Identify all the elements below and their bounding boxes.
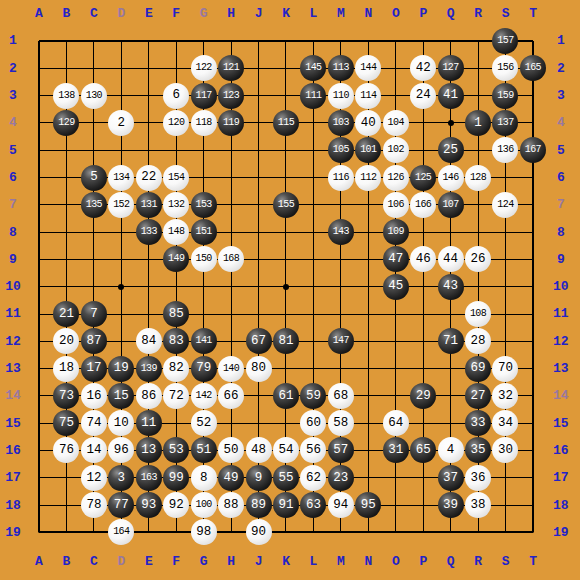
point-O8[interactable]: 109 bbox=[382, 218, 409, 245]
point-T7[interactable] bbox=[519, 191, 546, 218]
point-O15[interactable]: 64 bbox=[382, 410, 409, 437]
point-J1[interactable] bbox=[245, 27, 272, 54]
point-O18[interactable] bbox=[382, 491, 409, 518]
point-R18[interactable]: 38 bbox=[464, 491, 491, 518]
point-B2[interactable] bbox=[53, 55, 80, 82]
point-P5[interactable] bbox=[409, 137, 436, 164]
point-A3[interactable] bbox=[25, 82, 52, 109]
point-T16[interactable] bbox=[519, 437, 546, 464]
point-B9[interactable] bbox=[53, 246, 80, 273]
point-D17[interactable]: 3 bbox=[108, 464, 135, 491]
point-T6[interactable] bbox=[519, 164, 546, 191]
point-N11[interactable] bbox=[355, 300, 382, 327]
point-D8[interactable] bbox=[108, 218, 135, 245]
point-P1[interactable] bbox=[409, 27, 436, 54]
point-F13[interactable]: 82 bbox=[162, 355, 189, 382]
point-A11[interactable] bbox=[25, 300, 52, 327]
point-B14[interactable]: 73 bbox=[53, 382, 80, 409]
point-L9[interactable] bbox=[300, 246, 327, 273]
point-T3[interactable] bbox=[519, 82, 546, 109]
point-L10[interactable] bbox=[300, 273, 327, 300]
point-C7[interactable]: 135 bbox=[80, 191, 107, 218]
point-H4[interactable]: 119 bbox=[217, 109, 244, 136]
point-B17[interactable] bbox=[53, 464, 80, 491]
point-E18[interactable]: 93 bbox=[135, 491, 162, 518]
point-S17[interactable] bbox=[492, 464, 519, 491]
point-E15[interactable]: 11 bbox=[135, 410, 162, 437]
point-C16[interactable]: 14 bbox=[80, 437, 107, 464]
point-C19[interactable] bbox=[80, 519, 107, 546]
point-H19[interactable] bbox=[217, 519, 244, 546]
point-G15[interactable]: 52 bbox=[190, 410, 217, 437]
point-J9[interactable] bbox=[245, 246, 272, 273]
point-K5[interactable] bbox=[272, 137, 299, 164]
point-J13[interactable]: 80 bbox=[245, 355, 272, 382]
point-O6[interactable]: 126 bbox=[382, 164, 409, 191]
point-A13[interactable] bbox=[25, 355, 52, 382]
point-N18[interactable]: 95 bbox=[355, 491, 382, 518]
point-M5[interactable]: 105 bbox=[327, 137, 354, 164]
point-E5[interactable] bbox=[135, 137, 162, 164]
point-D10[interactable] bbox=[108, 273, 135, 300]
point-D9[interactable] bbox=[108, 246, 135, 273]
point-S2[interactable]: 156 bbox=[492, 55, 519, 82]
point-R11[interactable]: 108 bbox=[464, 300, 491, 327]
point-F3[interactable]: 6 bbox=[162, 82, 189, 109]
point-N5[interactable]: 101 bbox=[355, 137, 382, 164]
point-H13[interactable]: 140 bbox=[217, 355, 244, 382]
point-O7[interactable]: 106 bbox=[382, 191, 409, 218]
point-F17[interactable]: 99 bbox=[162, 464, 189, 491]
point-P13[interactable] bbox=[409, 355, 436, 382]
point-G16[interactable]: 51 bbox=[190, 437, 217, 464]
point-C6[interactable]: 5 bbox=[80, 164, 107, 191]
point-J8[interactable] bbox=[245, 218, 272, 245]
point-F15[interactable] bbox=[162, 410, 189, 437]
point-Q16[interactable]: 4 bbox=[437, 437, 464, 464]
point-E3[interactable] bbox=[135, 82, 162, 109]
point-G3[interactable]: 117 bbox=[190, 82, 217, 109]
point-F1[interactable] bbox=[162, 27, 189, 54]
point-F18[interactable]: 92 bbox=[162, 491, 189, 518]
point-N16[interactable] bbox=[355, 437, 382, 464]
point-K1[interactable] bbox=[272, 27, 299, 54]
point-Q14[interactable] bbox=[437, 382, 464, 409]
point-K16[interactable]: 54 bbox=[272, 437, 299, 464]
point-Q17[interactable]: 37 bbox=[437, 464, 464, 491]
point-P9[interactable]: 46 bbox=[409, 246, 436, 273]
point-O2[interactable] bbox=[382, 55, 409, 82]
point-S19[interactable] bbox=[492, 519, 519, 546]
point-C13[interactable]: 17 bbox=[80, 355, 107, 382]
point-Q4[interactable] bbox=[437, 109, 464, 136]
point-C18[interactable]: 78 bbox=[80, 491, 107, 518]
point-A12[interactable] bbox=[25, 328, 52, 355]
point-J6[interactable] bbox=[245, 164, 272, 191]
point-E2[interactable] bbox=[135, 55, 162, 82]
point-S12[interactable] bbox=[492, 328, 519, 355]
point-S5[interactable]: 136 bbox=[492, 137, 519, 164]
point-T17[interactable] bbox=[519, 464, 546, 491]
point-T10[interactable] bbox=[519, 273, 546, 300]
point-R9[interactable]: 26 bbox=[464, 246, 491, 273]
point-F14[interactable]: 72 bbox=[162, 382, 189, 409]
point-J15[interactable] bbox=[245, 410, 272, 437]
point-A17[interactable] bbox=[25, 464, 52, 491]
point-S3[interactable]: 159 bbox=[492, 82, 519, 109]
point-R17[interactable]: 36 bbox=[464, 464, 491, 491]
point-P4[interactable] bbox=[409, 109, 436, 136]
point-G14[interactable]: 142 bbox=[190, 382, 217, 409]
point-M3[interactable]: 110 bbox=[327, 82, 354, 109]
point-H10[interactable] bbox=[217, 273, 244, 300]
point-N6[interactable]: 112 bbox=[355, 164, 382, 191]
point-A8[interactable] bbox=[25, 218, 52, 245]
point-T1[interactable] bbox=[519, 27, 546, 54]
point-A10[interactable] bbox=[25, 273, 52, 300]
point-F19[interactable] bbox=[162, 519, 189, 546]
point-D15[interactable]: 10 bbox=[108, 410, 135, 437]
point-B8[interactable] bbox=[53, 218, 80, 245]
point-M6[interactable]: 116 bbox=[327, 164, 354, 191]
point-F4[interactable]: 120 bbox=[162, 109, 189, 136]
point-R12[interactable]: 28 bbox=[464, 328, 491, 355]
point-P10[interactable] bbox=[409, 273, 436, 300]
point-K7[interactable]: 155 bbox=[272, 191, 299, 218]
point-G6[interactable] bbox=[190, 164, 217, 191]
point-A19[interactable] bbox=[25, 519, 52, 546]
point-N9[interactable] bbox=[355, 246, 382, 273]
point-P15[interactable] bbox=[409, 410, 436, 437]
point-J12[interactable]: 67 bbox=[245, 328, 272, 355]
point-Q8[interactable] bbox=[437, 218, 464, 245]
point-E14[interactable]: 86 bbox=[135, 382, 162, 409]
point-D13[interactable]: 19 bbox=[108, 355, 135, 382]
point-H5[interactable] bbox=[217, 137, 244, 164]
point-Q10[interactable]: 43 bbox=[437, 273, 464, 300]
point-S6[interactable] bbox=[492, 164, 519, 191]
point-K15[interactable] bbox=[272, 410, 299, 437]
point-F12[interactable]: 83 bbox=[162, 328, 189, 355]
point-D18[interactable]: 77 bbox=[108, 491, 135, 518]
point-S14[interactable]: 32 bbox=[492, 382, 519, 409]
point-R8[interactable] bbox=[464, 218, 491, 245]
point-T12[interactable] bbox=[519, 328, 546, 355]
point-S18[interactable] bbox=[492, 491, 519, 518]
point-D3[interactable] bbox=[108, 82, 135, 109]
point-M18[interactable]: 94 bbox=[327, 491, 354, 518]
point-M12[interactable]: 147 bbox=[327, 328, 354, 355]
point-N8[interactable] bbox=[355, 218, 382, 245]
point-F6[interactable]: 154 bbox=[162, 164, 189, 191]
point-B7[interactable] bbox=[53, 191, 80, 218]
point-O1[interactable] bbox=[382, 27, 409, 54]
point-K12[interactable]: 81 bbox=[272, 328, 299, 355]
point-S10[interactable] bbox=[492, 273, 519, 300]
point-J7[interactable] bbox=[245, 191, 272, 218]
point-L19[interactable] bbox=[300, 519, 327, 546]
point-M15[interactable]: 58 bbox=[327, 410, 354, 437]
point-B4[interactable]: 129 bbox=[53, 109, 80, 136]
point-O11[interactable] bbox=[382, 300, 409, 327]
point-K10[interactable] bbox=[272, 273, 299, 300]
point-S1[interactable]: 157 bbox=[492, 27, 519, 54]
point-B10[interactable] bbox=[53, 273, 80, 300]
point-H12[interactable] bbox=[217, 328, 244, 355]
point-C4[interactable] bbox=[80, 109, 107, 136]
point-B15[interactable]: 75 bbox=[53, 410, 80, 437]
point-S15[interactable]: 34 bbox=[492, 410, 519, 437]
point-J3[interactable] bbox=[245, 82, 272, 109]
point-D11[interactable] bbox=[108, 300, 135, 327]
point-L11[interactable] bbox=[300, 300, 327, 327]
point-E8[interactable]: 133 bbox=[135, 218, 162, 245]
point-R2[interactable] bbox=[464, 55, 491, 82]
point-K19[interactable] bbox=[272, 519, 299, 546]
point-Q19[interactable] bbox=[437, 519, 464, 546]
point-L2[interactable]: 145 bbox=[300, 55, 327, 82]
point-C17[interactable]: 12 bbox=[80, 464, 107, 491]
point-A1[interactable] bbox=[25, 27, 52, 54]
point-C5[interactable] bbox=[80, 137, 107, 164]
point-B12[interactable]: 20 bbox=[53, 328, 80, 355]
point-P3[interactable]: 24 bbox=[409, 82, 436, 109]
point-E10[interactable] bbox=[135, 273, 162, 300]
point-B5[interactable] bbox=[53, 137, 80, 164]
point-H1[interactable] bbox=[217, 27, 244, 54]
point-G10[interactable] bbox=[190, 273, 217, 300]
point-A9[interactable] bbox=[25, 246, 52, 273]
point-F11[interactable]: 85 bbox=[162, 300, 189, 327]
point-M14[interactable]: 68 bbox=[327, 382, 354, 409]
point-E17[interactable]: 163 bbox=[135, 464, 162, 491]
point-H3[interactable]: 123 bbox=[217, 82, 244, 109]
point-M4[interactable]: 103 bbox=[327, 109, 354, 136]
point-H18[interactable]: 88 bbox=[217, 491, 244, 518]
point-R1[interactable] bbox=[464, 27, 491, 54]
point-Q5[interactable]: 25 bbox=[437, 137, 464, 164]
point-D4[interactable]: 2 bbox=[108, 109, 135, 136]
point-L4[interactable] bbox=[300, 109, 327, 136]
point-D6[interactable]: 134 bbox=[108, 164, 135, 191]
point-M1[interactable] bbox=[327, 27, 354, 54]
point-K8[interactable] bbox=[272, 218, 299, 245]
point-C11[interactable]: 7 bbox=[80, 300, 107, 327]
point-N19[interactable] bbox=[355, 519, 382, 546]
point-O12[interactable] bbox=[382, 328, 409, 355]
point-F8[interactable]: 148 bbox=[162, 218, 189, 245]
point-M16[interactable]: 57 bbox=[327, 437, 354, 464]
point-R4[interactable]: 1 bbox=[464, 109, 491, 136]
point-Q12[interactable]: 71 bbox=[437, 328, 464, 355]
point-M19[interactable] bbox=[327, 519, 354, 546]
point-C9[interactable] bbox=[80, 246, 107, 273]
point-N15[interactable] bbox=[355, 410, 382, 437]
point-O4[interactable]: 104 bbox=[382, 109, 409, 136]
point-H17[interactable]: 49 bbox=[217, 464, 244, 491]
point-L5[interactable] bbox=[300, 137, 327, 164]
point-K13[interactable] bbox=[272, 355, 299, 382]
point-R3[interactable] bbox=[464, 82, 491, 109]
point-F2[interactable] bbox=[162, 55, 189, 82]
point-B1[interactable] bbox=[53, 27, 80, 54]
point-G1[interactable] bbox=[190, 27, 217, 54]
point-T4[interactable] bbox=[519, 109, 546, 136]
point-L3[interactable]: 111 bbox=[300, 82, 327, 109]
point-L7[interactable] bbox=[300, 191, 327, 218]
point-D7[interactable]: 152 bbox=[108, 191, 135, 218]
point-T14[interactable] bbox=[519, 382, 546, 409]
point-B11[interactable]: 21 bbox=[53, 300, 80, 327]
point-O5[interactable]: 102 bbox=[382, 137, 409, 164]
point-J19[interactable]: 90 bbox=[245, 519, 272, 546]
point-F16[interactable]: 53 bbox=[162, 437, 189, 464]
point-T11[interactable] bbox=[519, 300, 546, 327]
point-K17[interactable]: 55 bbox=[272, 464, 299, 491]
point-Q15[interactable] bbox=[437, 410, 464, 437]
point-J11[interactable] bbox=[245, 300, 272, 327]
point-Q11[interactable] bbox=[437, 300, 464, 327]
point-H2[interactable]: 121 bbox=[217, 55, 244, 82]
point-Q18[interactable]: 39 bbox=[437, 491, 464, 518]
point-E6[interactable]: 22 bbox=[135, 164, 162, 191]
point-A15[interactable] bbox=[25, 410, 52, 437]
point-L16[interactable]: 56 bbox=[300, 437, 327, 464]
point-K18[interactable]: 91 bbox=[272, 491, 299, 518]
point-F7[interactable]: 132 bbox=[162, 191, 189, 218]
point-N1[interactable] bbox=[355, 27, 382, 54]
point-N14[interactable] bbox=[355, 382, 382, 409]
point-L8[interactable] bbox=[300, 218, 327, 245]
point-J17[interactable]: 9 bbox=[245, 464, 272, 491]
point-M17[interactable]: 23 bbox=[327, 464, 354, 491]
point-G13[interactable]: 79 bbox=[190, 355, 217, 382]
point-M9[interactable] bbox=[327, 246, 354, 273]
point-K14[interactable]: 61 bbox=[272, 382, 299, 409]
point-J4[interactable] bbox=[245, 109, 272, 136]
point-K6[interactable] bbox=[272, 164, 299, 191]
point-G9[interactable]: 150 bbox=[190, 246, 217, 273]
point-C8[interactable] bbox=[80, 218, 107, 245]
point-N3[interactable]: 114 bbox=[355, 82, 382, 109]
point-B13[interactable]: 18 bbox=[53, 355, 80, 382]
point-C12[interactable]: 87 bbox=[80, 328, 107, 355]
point-O16[interactable]: 31 bbox=[382, 437, 409, 464]
point-M11[interactable] bbox=[327, 300, 354, 327]
point-O10[interactable]: 45 bbox=[382, 273, 409, 300]
point-R7[interactable] bbox=[464, 191, 491, 218]
point-M2[interactable]: 113 bbox=[327, 55, 354, 82]
point-Q6[interactable]: 146 bbox=[437, 164, 464, 191]
point-P7[interactable]: 166 bbox=[409, 191, 436, 218]
point-E12[interactable]: 84 bbox=[135, 328, 162, 355]
point-S11[interactable] bbox=[492, 300, 519, 327]
point-L1[interactable] bbox=[300, 27, 327, 54]
point-K3[interactable] bbox=[272, 82, 299, 109]
point-O14[interactable] bbox=[382, 382, 409, 409]
point-J10[interactable] bbox=[245, 273, 272, 300]
point-Q13[interactable] bbox=[437, 355, 464, 382]
point-S16[interactable]: 30 bbox=[492, 437, 519, 464]
point-O3[interactable] bbox=[382, 82, 409, 109]
point-A18[interactable] bbox=[25, 491, 52, 518]
point-N4[interactable]: 40 bbox=[355, 109, 382, 136]
point-D1[interactable] bbox=[108, 27, 135, 54]
point-G12[interactable]: 141 bbox=[190, 328, 217, 355]
point-R13[interactable]: 69 bbox=[464, 355, 491, 382]
point-E16[interactable]: 13 bbox=[135, 437, 162, 464]
point-A4[interactable] bbox=[25, 109, 52, 136]
point-H6[interactable] bbox=[217, 164, 244, 191]
point-P18[interactable] bbox=[409, 491, 436, 518]
point-R15[interactable]: 33 bbox=[464, 410, 491, 437]
point-P17[interactable] bbox=[409, 464, 436, 491]
point-D5[interactable] bbox=[108, 137, 135, 164]
point-G4[interactable]: 118 bbox=[190, 109, 217, 136]
point-F9[interactable]: 149 bbox=[162, 246, 189, 273]
point-R14[interactable]: 27 bbox=[464, 382, 491, 409]
point-J5[interactable] bbox=[245, 137, 272, 164]
point-T5[interactable]: 167 bbox=[519, 137, 546, 164]
point-R6[interactable]: 128 bbox=[464, 164, 491, 191]
point-K2[interactable] bbox=[272, 55, 299, 82]
point-M13[interactable] bbox=[327, 355, 354, 382]
point-C1[interactable] bbox=[80, 27, 107, 54]
point-E7[interactable]: 131 bbox=[135, 191, 162, 218]
point-T18[interactable] bbox=[519, 491, 546, 518]
point-L13[interactable] bbox=[300, 355, 327, 382]
point-C14[interactable]: 16 bbox=[80, 382, 107, 409]
point-K9[interactable] bbox=[272, 246, 299, 273]
point-P11[interactable] bbox=[409, 300, 436, 327]
point-S4[interactable]: 137 bbox=[492, 109, 519, 136]
point-S7[interactable]: 124 bbox=[492, 191, 519, 218]
point-T15[interactable] bbox=[519, 410, 546, 437]
point-F10[interactable] bbox=[162, 273, 189, 300]
point-P2[interactable]: 42 bbox=[409, 55, 436, 82]
point-G11[interactable] bbox=[190, 300, 217, 327]
point-O9[interactable]: 47 bbox=[382, 246, 409, 273]
point-F5[interactable] bbox=[162, 137, 189, 164]
point-N12[interactable] bbox=[355, 328, 382, 355]
point-H7[interactable] bbox=[217, 191, 244, 218]
point-C15[interactable]: 74 bbox=[80, 410, 107, 437]
point-G18[interactable]: 100 bbox=[190, 491, 217, 518]
point-Q2[interactable]: 127 bbox=[437, 55, 464, 82]
point-H9[interactable]: 168 bbox=[217, 246, 244, 273]
point-D2[interactable] bbox=[108, 55, 135, 82]
point-T19[interactable] bbox=[519, 519, 546, 546]
point-R19[interactable] bbox=[464, 519, 491, 546]
point-G7[interactable]: 153 bbox=[190, 191, 217, 218]
point-L17[interactable]: 62 bbox=[300, 464, 327, 491]
point-A5[interactable] bbox=[25, 137, 52, 164]
point-E19[interactable] bbox=[135, 519, 162, 546]
point-M10[interactable] bbox=[327, 273, 354, 300]
point-A16[interactable] bbox=[25, 437, 52, 464]
point-Q3[interactable]: 41 bbox=[437, 82, 464, 109]
point-E13[interactable]: 139 bbox=[135, 355, 162, 382]
point-C10[interactable] bbox=[80, 273, 107, 300]
point-T2[interactable]: 165 bbox=[519, 55, 546, 82]
point-P12[interactable] bbox=[409, 328, 436, 355]
point-G8[interactable]: 151 bbox=[190, 218, 217, 245]
point-O19[interactable] bbox=[382, 519, 409, 546]
point-A6[interactable] bbox=[25, 164, 52, 191]
point-E11[interactable] bbox=[135, 300, 162, 327]
point-H16[interactable]: 50 bbox=[217, 437, 244, 464]
point-B16[interactable]: 76 bbox=[53, 437, 80, 464]
